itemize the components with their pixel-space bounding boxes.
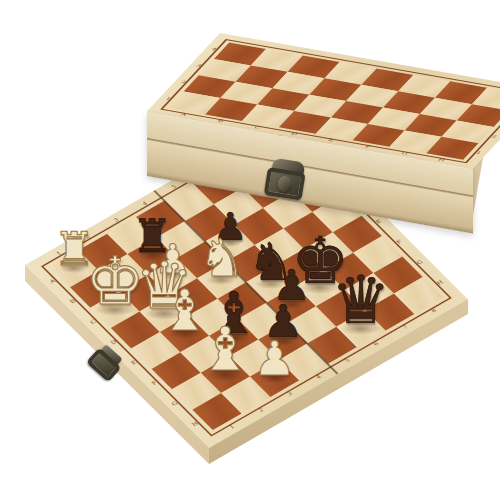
chess-set-product-photo: AABBCCDDEEFFGGHH1122334455667788 ABCDEFG… <box>0 0 500 500</box>
box-clasp <box>259 155 314 210</box>
